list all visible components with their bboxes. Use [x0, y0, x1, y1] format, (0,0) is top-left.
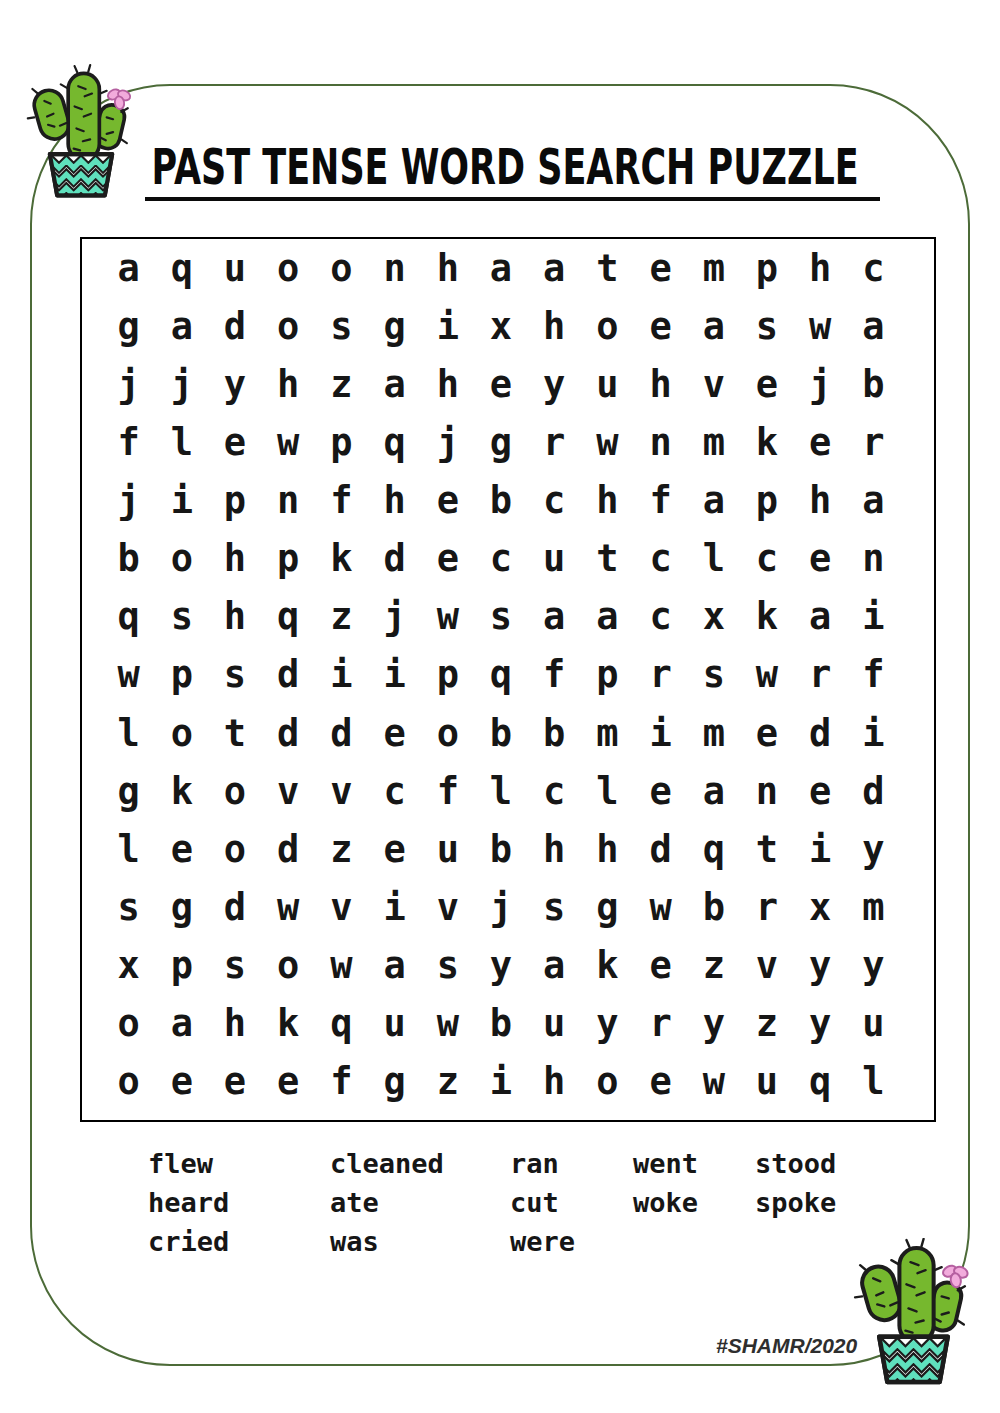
grid-cell-r10c5[interactable]: v: [315, 762, 368, 820]
word-list-item-heard: heard: [148, 1183, 330, 1222]
grid-cell-r4c10[interactable]: w: [581, 413, 634, 471]
grid-cell-r11c7[interactable]: u: [421, 820, 474, 878]
grid-cell-r2c14[interactable]: w: [794, 297, 847, 355]
grid-cell-r15c13[interactable]: u: [740, 1053, 793, 1111]
grid-cell-r12c13[interactable]: r: [740, 878, 793, 936]
grid-cell-r9c9[interactable]: b: [528, 704, 581, 762]
grid-cell-r8c4[interactable]: d: [262, 646, 315, 704]
grid-cell-r7c5[interactable]: z: [315, 588, 368, 646]
grid-cell-r9c4[interactable]: d: [262, 704, 315, 762]
grid-cell-r7c8[interactable]: s: [474, 588, 527, 646]
grid-cell-r5c6[interactable]: h: [368, 472, 421, 530]
cactus-pot-icon: [853, 1238, 974, 1389]
grid-cell-r15c12[interactable]: w: [687, 1053, 740, 1111]
grid-cell-r11c10[interactable]: h: [581, 820, 634, 878]
grid-cell-r8c13[interactable]: w: [740, 646, 793, 704]
title-wrap: PAST TENSE WORD SEARCH PUZZLE: [0, 141, 1000, 193]
grid-cell-r5c15[interactable]: a: [847, 472, 900, 530]
grid-cell-r8c15[interactable]: f: [847, 646, 900, 704]
grid-cell-r5c3[interactable]: p: [208, 472, 261, 530]
grid-cell-r5c1[interactable]: j: [102, 472, 155, 530]
grid-cell-r9c10[interactable]: m: [581, 704, 634, 762]
grid-cell-r7c10[interactable]: a: [581, 588, 634, 646]
grid-cell-r2c3[interactable]: d: [208, 297, 261, 355]
grid-cell-r6c5[interactable]: k: [315, 530, 368, 588]
grid-cell-r4c15[interactable]: r: [847, 413, 900, 471]
grid-cell-r9c6[interactable]: e: [368, 704, 421, 762]
grid-cell-r3c10[interactable]: u: [581, 355, 634, 413]
word-list-item-cut: cut: [510, 1183, 633, 1222]
grid-cell-r1c13[interactable]: p: [740, 239, 793, 297]
grid-cell-r8c3[interactable]: s: [208, 646, 261, 704]
grid-cell-r10c14[interactable]: e: [794, 762, 847, 820]
grid-cell-r2c8[interactable]: x: [474, 297, 527, 355]
grid-cell-r4c4[interactable]: w: [262, 413, 315, 471]
grid-cell-r11c1[interactable]: l: [102, 820, 155, 878]
word-list-item-stood: stood: [755, 1144, 885, 1183]
grid-cell-r6c3[interactable]: h: [208, 530, 261, 588]
grid-cell-r2c4[interactable]: o: [262, 297, 315, 355]
grid-cell-r10c12[interactable]: a: [687, 762, 740, 820]
grid-cell-r3c6[interactable]: a: [368, 355, 421, 413]
grid-cell-r7c9[interactable]: a: [528, 588, 581, 646]
grid-cell-r6c8[interactable]: c: [474, 530, 527, 588]
grid-cell-r5c9[interactable]: c: [528, 472, 581, 530]
grid-cell-r4c6[interactable]: q: [368, 413, 421, 471]
grid-cell-r4c13[interactable]: k: [740, 413, 793, 471]
grid-cell-r8c6[interactable]: i: [368, 646, 421, 704]
grid-cell-r1c5[interactable]: o: [315, 239, 368, 297]
grid-cell-r10c9[interactable]: c: [528, 762, 581, 820]
grid-cell-r9c15[interactable]: i: [847, 704, 900, 762]
grid-cell-r3c13[interactable]: e: [740, 355, 793, 413]
grid-cell-r6c7[interactable]: e: [421, 530, 474, 588]
grid-cell-r4c1[interactable]: f: [102, 413, 155, 471]
grid-cell-r9c13[interactable]: e: [740, 704, 793, 762]
grid-cell-r6c2[interactable]: o: [155, 530, 208, 588]
grid-cell-r15c10[interactable]: o: [581, 1053, 634, 1111]
grid-cell-r7c11[interactable]: c: [634, 588, 687, 646]
grid-cell-r7c14[interactable]: a: [794, 588, 847, 646]
grid-cell-r1c8[interactable]: a: [474, 239, 527, 297]
grid-cell-r13c10[interactable]: k: [581, 937, 634, 995]
grid-cell-r15c14[interactable]: q: [794, 1053, 847, 1111]
grid-cell-r12c14[interactable]: x: [794, 878, 847, 936]
word-list-item-cried: cried: [148, 1222, 330, 1261]
grid-cell-r12c9[interactable]: s: [528, 878, 581, 936]
word-list-item-were: were: [510, 1222, 633, 1261]
grid-cell-r13c9[interactable]: a: [528, 937, 581, 995]
grid-cell-r2c11[interactable]: e: [634, 297, 687, 355]
grid-cell-r10c7[interactable]: f: [421, 762, 474, 820]
grid-cell-r9c14[interactable]: d: [794, 704, 847, 762]
grid-cell-r3c12[interactable]: v: [687, 355, 740, 413]
word-list-item-ran: ran: [510, 1144, 633, 1183]
grid-cell-r15c2[interactable]: e: [155, 1053, 208, 1111]
grid-cell-r12c11[interactable]: w: [634, 878, 687, 936]
grid-cell-r10c4[interactable]: v: [262, 762, 315, 820]
grid-cell-r3c9[interactable]: y: [528, 355, 581, 413]
grid-cell-r5c2[interactable]: i: [155, 472, 208, 530]
grid-cell-r11c4[interactable]: d: [262, 820, 315, 878]
grid-cell-r5c5[interactable]: f: [315, 472, 368, 530]
grid-cell-r12c15[interactable]: m: [847, 878, 900, 936]
grid-cell-r3c11[interactable]: h: [634, 355, 687, 413]
grid-cell-r1c10[interactable]: t: [581, 239, 634, 297]
grid-cell-r6c1[interactable]: b: [102, 530, 155, 588]
grid-cell-r6c11[interactable]: c: [634, 530, 687, 588]
grid-cell-r10c11[interactable]: e: [634, 762, 687, 820]
grid-cell-r14c8[interactable]: b: [474, 995, 527, 1053]
grid-cell-r1c2[interactable]: q: [155, 239, 208, 297]
grid-cell-r1c12[interactable]: m: [687, 239, 740, 297]
grid-cell-r13c4[interactable]: o: [262, 937, 315, 995]
grid-cell-r3c8[interactable]: e: [474, 355, 527, 413]
grid-cell-r8c8[interactable]: q: [474, 646, 527, 704]
word-list-item-ate: ate: [330, 1183, 510, 1222]
grid-cell-r10c10[interactable]: l: [581, 762, 634, 820]
grid-cell-r12c4[interactable]: w: [262, 878, 315, 936]
grid-cell-r2c1[interactable]: g: [102, 297, 155, 355]
grid-cell-r8c1[interactable]: w: [102, 646, 155, 704]
grid-cell-r6c12[interactable]: l: [687, 530, 740, 588]
word-list-item-woke: woke: [633, 1183, 755, 1222]
grid-cell-r11c14[interactable]: i: [794, 820, 847, 878]
grid-cell-r7c12[interactable]: x: [687, 588, 740, 646]
grid-cell-r9c5[interactable]: d: [315, 704, 368, 762]
grid-cell-r8c5[interactable]: i: [315, 646, 368, 704]
grid-cell-r3c5[interactable]: z: [315, 355, 368, 413]
grid-cell-r2c12[interactable]: a: [687, 297, 740, 355]
grid-cell-r11c11[interactable]: d: [634, 820, 687, 878]
grid-cell-r2c2[interactable]: a: [155, 297, 208, 355]
grid-cell-r6c15[interactable]: n: [847, 530, 900, 588]
grid-cell-r15c8[interactable]: i: [474, 1053, 527, 1111]
grid-cell-r4c12[interactable]: m: [687, 413, 740, 471]
grid-cell-r14c7[interactable]: w: [421, 995, 474, 1053]
grid-cell-r8c9[interactable]: f: [528, 646, 581, 704]
word-list-item-went: went: [633, 1144, 755, 1183]
grid-cell-r5c4[interactable]: n: [262, 472, 315, 530]
grid-cell-r1c9[interactable]: a: [528, 239, 581, 297]
grid-cell-r13c12[interactable]: z: [687, 937, 740, 995]
grid-cell-r14c6[interactable]: u: [368, 995, 421, 1053]
grid-cell-r4c11[interactable]: n: [634, 413, 687, 471]
grid-cell-r5c14[interactable]: h: [794, 472, 847, 530]
grid-cell-r9c1[interactable]: l: [102, 704, 155, 762]
grid-cell-r1c6[interactable]: n: [368, 239, 421, 297]
grid-cell-r13c6[interactable]: a: [368, 937, 421, 995]
grid-cell-r12c7[interactable]: v: [421, 878, 474, 936]
grid-cell-r15c5[interactable]: f: [315, 1053, 368, 1111]
grid-cell-r9c11[interactable]: i: [634, 704, 687, 762]
grid-cell-r3c15[interactable]: b: [847, 355, 900, 413]
grid-cell-r7c3[interactable]: h: [208, 588, 261, 646]
grid-cell-r14c2[interactable]: a: [155, 995, 208, 1053]
grid-cell-r13c7[interactable]: s: [421, 937, 474, 995]
grid-cell-r12c1[interactable]: s: [102, 878, 155, 936]
grid-cell-r3c1[interactable]: j: [102, 355, 155, 413]
grid-cell-r12c6[interactable]: i: [368, 878, 421, 936]
grid-cell-r8c11[interactable]: r: [634, 646, 687, 704]
grid-cell-r12c5[interactable]: v: [315, 878, 368, 936]
grid-cell-r10c3[interactable]: o: [208, 762, 261, 820]
grid-cell-r10c13[interactable]: n: [740, 762, 793, 820]
grid-cell-r14c11[interactable]: r: [634, 995, 687, 1053]
grid-cell-r9c8[interactable]: b: [474, 704, 527, 762]
grid-cell-r11c8[interactable]: b: [474, 820, 527, 878]
grid-cell-r6c9[interactable]: u: [528, 530, 581, 588]
grid-cell-r11c3[interactable]: o: [208, 820, 261, 878]
grid-cell-r1c4[interactable]: o: [262, 239, 315, 297]
grid-cell-r6c4[interactable]: p: [262, 530, 315, 588]
grid-cell-r6c14[interactable]: e: [794, 530, 847, 588]
grid-cell-r5c10[interactable]: h: [581, 472, 634, 530]
word-list-item-was: was: [330, 1222, 510, 1261]
grid-cell-r2c13[interactable]: s: [740, 297, 793, 355]
grid-cell-r13c1[interactable]: x: [102, 937, 155, 995]
grid-cell-r15c4[interactable]: e: [262, 1053, 315, 1111]
grid-cell-r11c2[interactable]: e: [155, 820, 208, 878]
grid-cell-r15c7[interactable]: z: [421, 1053, 474, 1111]
grid-cell-r3c4[interactable]: h: [262, 355, 315, 413]
grid-cell-r11c15[interactable]: y: [847, 820, 900, 878]
title-underline: [145, 197, 880, 201]
grid-cell-r5c13[interactable]: p: [740, 472, 793, 530]
grid-cell-r7c1[interactable]: q: [102, 588, 155, 646]
grid-cell-r2c6[interactable]: g: [368, 297, 421, 355]
grid-cell-r5c7[interactable]: e: [421, 472, 474, 530]
grid-cell-r13c13[interactable]: v: [740, 937, 793, 995]
grid-cell-r7c13[interactable]: k: [740, 588, 793, 646]
grid-cell-r15c1[interactable]: o: [102, 1053, 155, 1111]
grid-cell-r15c9[interactable]: h: [528, 1053, 581, 1111]
grid-cell-r14c4[interactable]: k: [262, 995, 315, 1053]
grid-cell-r13c3[interactable]: s: [208, 937, 261, 995]
grid-cell-r9c2[interactable]: o: [155, 704, 208, 762]
grid-cell-r8c7[interactable]: p: [421, 646, 474, 704]
grid-cell-r7c6[interactable]: j: [368, 588, 421, 646]
grid-cell-r1c3[interactable]: u: [208, 239, 261, 297]
grid-cell-r10c8[interactable]: l: [474, 762, 527, 820]
grid-cell-r4c9[interactable]: r: [528, 413, 581, 471]
grid-cell-r1c11[interactable]: e: [634, 239, 687, 297]
grid-cell-r8c14[interactable]: r: [794, 646, 847, 704]
grid-cell-r1c7[interactable]: h: [421, 239, 474, 297]
grid-cell-r6c10[interactable]: t: [581, 530, 634, 588]
grid-cell-r14c13[interactable]: z: [740, 995, 793, 1053]
grid-cell-r10c6[interactable]: c: [368, 762, 421, 820]
grid-cell-r11c13[interactable]: t: [740, 820, 793, 878]
grid-cell-r7c15[interactable]: i: [847, 588, 900, 646]
grid-cell-r12c10[interactable]: g: [581, 878, 634, 936]
grid-cell-r4c7[interactable]: j: [421, 413, 474, 471]
grid-cell-r11c9[interactable]: h: [528, 820, 581, 878]
grid-cell-r1c14[interactable]: h: [794, 239, 847, 297]
grid-cell-r5c11[interactable]: f: [634, 472, 687, 530]
grid-cell-r13c5[interactable]: w: [315, 937, 368, 995]
grid-cell-r7c4[interactable]: q: [262, 588, 315, 646]
cactus-pot-icon: [26, 64, 136, 202]
grid-cell-r12c12[interactable]: b: [687, 878, 740, 936]
grid-cell-r15c11[interactable]: e: [634, 1053, 687, 1111]
word-list: flewcleanedranwentstoodheardatecutwokesp…: [148, 1144, 885, 1261]
grid-cell-r13c14[interactable]: y: [794, 937, 847, 995]
grid-cell-r15c3[interactable]: e: [208, 1053, 261, 1111]
grid-cell-r1c15[interactable]: c: [847, 239, 900, 297]
grid-cell-r2c9[interactable]: h: [528, 297, 581, 355]
grid-cell-r8c2[interactable]: p: [155, 646, 208, 704]
grid-cell-r4c5[interactable]: p: [315, 413, 368, 471]
grid-cell-r3c7[interactable]: h: [421, 355, 474, 413]
grid-cell-r14c1[interactable]: o: [102, 995, 155, 1053]
grid-cell-r11c5[interactable]: z: [315, 820, 368, 878]
word-list-item-cleaned: cleaned: [330, 1144, 510, 1183]
grid-cell-r14c15[interactable]: u: [847, 995, 900, 1053]
grid-cell-r11c12[interactable]: q: [687, 820, 740, 878]
grid-cell-r2c5[interactable]: s: [315, 297, 368, 355]
grid-cell-r9c3[interactable]: t: [208, 704, 261, 762]
page-title: PAST TENSE WORD SEARCH PUZZLE: [152, 141, 859, 193]
grid-cell-r14c3[interactable]: h: [208, 995, 261, 1053]
grid-cell-r4c3[interactable]: e: [208, 413, 261, 471]
grid-cell-r15c15[interactable]: l: [847, 1053, 900, 1111]
word-list-item-flew: flew: [148, 1144, 330, 1183]
grid-cell-r15c6[interactable]: g: [368, 1053, 421, 1111]
grid-cell-r3c2[interactable]: j: [155, 355, 208, 413]
grid-cell-r2c15[interactable]: a: [847, 297, 900, 355]
grid-cell-r10c2[interactable]: k: [155, 762, 208, 820]
grid-cell-r9c12[interactable]: m: [687, 704, 740, 762]
grid-cell-r12c2[interactable]: g: [155, 878, 208, 936]
word-list-item-spoke: spoke: [755, 1183, 885, 1222]
grid-cell-r14c5[interactable]: q: [315, 995, 368, 1053]
grid-cell-r4c8[interactable]: g: [474, 413, 527, 471]
grid-cell-r13c11[interactable]: e: [634, 937, 687, 995]
grid-cell-r2c7[interactable]: i: [421, 297, 474, 355]
grid-cell-r5c8[interactable]: b: [474, 472, 527, 530]
grid-cell-r10c1[interactable]: g: [102, 762, 155, 820]
grid-cell-r12c8[interactable]: j: [474, 878, 527, 936]
grid-cell-r9c7[interactable]: o: [421, 704, 474, 762]
grid-cell-r6c13[interactable]: c: [740, 530, 793, 588]
grid-cell-r4c2[interactable]: l: [155, 413, 208, 471]
grid-cell-r7c7[interactable]: w: [421, 588, 474, 646]
word-search-board: aquoonhaatemphcgadosgixhoeaswajjyhzaheyu…: [80, 237, 936, 1122]
grid-cell-r11c6[interactable]: e: [368, 820, 421, 878]
grid-cell-r7c2[interactable]: s: [155, 588, 208, 646]
grid-cell-r1c1[interactable]: a: [102, 239, 155, 297]
grid-cell-r8c12[interactable]: s: [687, 646, 740, 704]
grid-cell-r4c14[interactable]: e: [794, 413, 847, 471]
grid-cell-r12c3[interactable]: d: [208, 878, 261, 936]
grid-cell-r14c10[interactable]: y: [581, 995, 634, 1053]
grid-cell-r2c10[interactable]: o: [581, 297, 634, 355]
grid-cell-r14c9[interactable]: u: [528, 995, 581, 1053]
worksheet-page: PAST TENSE WORD SEARCH PUZZLE aquoonhaat…: [0, 0, 1000, 1413]
grid-cell-r5c12[interactable]: a: [687, 472, 740, 530]
grid-cell-r6c6[interactable]: d: [368, 530, 421, 588]
grid-cell-r14c14[interactable]: y: [794, 995, 847, 1053]
grid-cell-r13c8[interactable]: y: [474, 937, 527, 995]
grid-cell-r13c15[interactable]: y: [847, 937, 900, 995]
grid-cell-r10c15[interactable]: d: [847, 762, 900, 820]
grid-cell-r3c14[interactable]: j: [794, 355, 847, 413]
grid-cell-r14c12[interactable]: y: [687, 995, 740, 1053]
grid-cell-r3c3[interactable]: y: [208, 355, 261, 413]
grid-cell-r13c2[interactable]: p: [155, 937, 208, 995]
grid-cell-r8c10[interactable]: p: [581, 646, 634, 704]
